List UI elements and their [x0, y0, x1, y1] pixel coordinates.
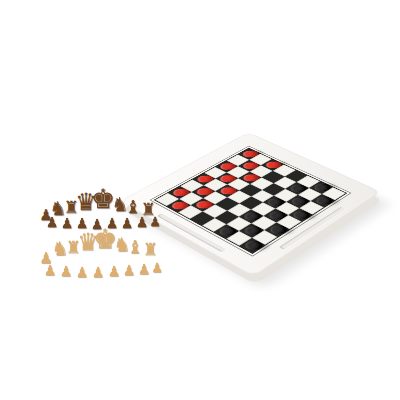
chess-piece-light-pawn[interactable]: ♟	[60, 264, 73, 278]
game-board	[120, 132, 381, 276]
chess-piece-light-pawn[interactable]: ♟	[76, 265, 89, 279]
chess-piece-light-pawn[interactable]: ♟	[44, 263, 57, 277]
chess-piece-dark-pawn[interactable]: ♟	[136, 215, 149, 229]
chess-piece-dark-pawn[interactable]: ♟	[121, 216, 134, 230]
chess-piece-light-pawn[interactable]: ♟	[138, 262, 151, 276]
chess-piece-light-rook[interactable]: ♜	[142, 241, 157, 258]
chess-piece-light-pawn[interactable]: ♟	[92, 265, 105, 279]
chess-piece-light-pawn[interactable]: ♟	[151, 261, 163, 274]
chess-piece-light-pawn[interactable]: ♟	[123, 263, 136, 277]
chess-piece-dark-pawn[interactable]: ♟	[46, 215, 59, 229]
chess-piece-dark-pawn[interactable]: ♟	[61, 216, 74, 230]
chess-piece-dark-pawn[interactable]: ♟	[149, 215, 161, 228]
chess-piece-light-bishop[interactable]: ♝	[127, 238, 143, 256]
product-photo: ♟♞♜♛♚♞♝♜♟♟♟♟♟♟♟♟ ♟♞♜♛♚♞♝♜♟♟♟♟♟♟♟♟	[0, 0, 400, 400]
chess-piece-light-pawn[interactable]: ♟	[108, 264, 121, 278]
